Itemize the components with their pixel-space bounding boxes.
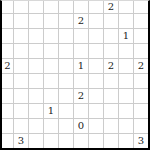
cell-r6c4[interactable] (58, 88, 73, 103)
cell-r3c2[interactable] (28, 43, 43, 58)
cell-r1c9[interactable] (133, 13, 148, 28)
cell-r4c0: 2 (2, 58, 13, 73)
clue-number: 3 (138, 136, 144, 146)
cell-r4c8[interactable] (118, 58, 133, 73)
cell-r8c0[interactable] (2, 118, 13, 133)
cell-r9c5[interactable] (73, 133, 88, 148)
cell-r6c1[interactable] (13, 88, 28, 103)
cell-r7c0[interactable] (2, 103, 13, 118)
clue-number: 1 (78, 61, 84, 71)
cell-r7c1[interactable] (13, 103, 28, 118)
cell-r6c3[interactable] (43, 88, 58, 103)
cell-r5c4[interactable] (58, 73, 73, 88)
cell-r7c7[interactable] (103, 103, 118, 118)
cell-r8c7[interactable] (103, 118, 118, 133)
cell-r0c0[interactable] (2, 1, 13, 13)
cell-r4c6[interactable] (88, 58, 103, 73)
cell-r0c3[interactable] (43, 1, 58, 13)
clue-number: 0 (78, 121, 84, 131)
cell-r1c1[interactable] (13, 13, 28, 28)
cell-r2c3[interactable] (43, 28, 58, 43)
clue-number: 3 (18, 136, 24, 146)
cell-r5c0[interactable] (2, 73, 13, 88)
cell-r1c4[interactable] (58, 13, 73, 28)
cell-r5c7[interactable] (103, 73, 118, 88)
cell-r6c8[interactable] (118, 88, 133, 103)
cell-r1c6[interactable] (88, 13, 103, 28)
cell-r4c5: 1 (73, 58, 88, 73)
cell-r8c5: 0 (73, 118, 88, 133)
cell-r1c3[interactable] (43, 13, 58, 28)
cell-r9c8[interactable] (118, 133, 133, 148)
cell-r6c2[interactable] (28, 88, 43, 103)
cell-r8c3[interactable] (43, 118, 58, 133)
board: 221212221033 (0, 0, 150, 150)
cell-r8c1[interactable] (13, 118, 28, 133)
cell-r7c5[interactable] (73, 103, 88, 118)
cell-r7c3: 1 (43, 103, 58, 118)
cell-r9c3[interactable] (43, 133, 58, 148)
cell-r5c3[interactable] (43, 73, 58, 88)
cell-r9c4[interactable] (58, 133, 73, 148)
cell-r4c4[interactable] (58, 58, 73, 73)
cell-r6c5: 2 (73, 88, 88, 103)
cell-r7c8[interactable] (118, 103, 133, 118)
cell-r7c9[interactable] (133, 103, 148, 118)
cell-r8c9[interactable] (133, 118, 148, 133)
cell-r0c9[interactable] (133, 1, 148, 13)
cell-r5c1[interactable] (13, 73, 28, 88)
puzzle-stage: 221212221033 (0, 0, 150, 150)
cell-r4c2[interactable] (28, 58, 43, 73)
cell-r4c1[interactable] (13, 58, 28, 73)
clue-number: 2 (138, 61, 144, 71)
cell-r3c8[interactable] (118, 43, 133, 58)
cell-r1c5: 2 (73, 13, 88, 28)
cell-r9c1: 3 (13, 133, 28, 148)
clue-number: 2 (108, 2, 114, 12)
cell-r6c9[interactable] (133, 88, 148, 103)
cell-r2c1[interactable] (13, 28, 28, 43)
cell-r0c4[interactable] (58, 1, 73, 13)
cell-r8c4[interactable] (58, 118, 73, 133)
cell-r2c7[interactable] (103, 28, 118, 43)
clue-number: 2 (108, 61, 114, 71)
cell-r2c5[interactable] (73, 28, 88, 43)
cell-r9c9: 3 (133, 133, 148, 148)
clue-number: 2 (78, 16, 84, 26)
cell-r5c9[interactable] (133, 73, 148, 88)
cell-r9c6[interactable] (88, 133, 103, 148)
cell-r2c4[interactable] (58, 28, 73, 43)
cell-r8c2[interactable] (28, 118, 43, 133)
cell-r0c5[interactable] (73, 1, 88, 13)
cell-r7c2[interactable] (28, 103, 43, 118)
cell-r3c9[interactable] (133, 43, 148, 58)
cell-r5c6[interactable] (88, 73, 103, 88)
cell-r1c2[interactable] (28, 13, 43, 28)
cell-r3c6[interactable] (88, 43, 103, 58)
cell-r6c7[interactable] (103, 88, 118, 103)
clue-number: 2 (4, 61, 10, 71)
cell-r3c1[interactable] (13, 43, 28, 58)
cell-r8c6[interactable] (88, 118, 103, 133)
cell-r9c0[interactable] (2, 133, 13, 148)
cell-r3c4[interactable] (58, 43, 73, 58)
cell-r1c7[interactable] (103, 13, 118, 28)
cell-r6c6[interactable] (88, 88, 103, 103)
cell-r3c0[interactable] (2, 43, 13, 58)
cell-r5c5[interactable] (73, 73, 88, 88)
cell-r3c5[interactable] (73, 43, 88, 58)
clue-number: 1 (48, 106, 54, 116)
cell-r0c6[interactable] (88, 1, 103, 13)
cell-r1c0[interactable] (2, 13, 13, 28)
cell-r3c7[interactable] (103, 43, 118, 58)
cell-r6c0[interactable] (2, 88, 13, 103)
cell-r7c6[interactable] (88, 103, 103, 118)
cell-r2c9[interactable] (133, 28, 148, 43)
cell-r7c4[interactable] (58, 103, 73, 118)
cell-r5c8[interactable] (118, 73, 133, 88)
cell-r0c2[interactable] (28, 1, 43, 13)
cell-r9c7[interactable] (103, 133, 118, 148)
cell-r0c8[interactable] (118, 1, 133, 13)
clue-number: 1 (123, 31, 129, 41)
cell-r5c2[interactable] (28, 73, 43, 88)
cell-r0c1[interactable] (13, 1, 28, 13)
cell-r0c7: 2 (103, 1, 118, 13)
cell-r4c9: 2 (133, 58, 148, 73)
cell-r2c0[interactable] (2, 28, 13, 43)
cell-r4c3[interactable] (43, 58, 58, 73)
clue-number: 2 (78, 91, 84, 101)
cell-r2c6[interactable] (88, 28, 103, 43)
cell-r2c2[interactable] (28, 28, 43, 43)
cell-r1c8[interactable] (118, 13, 133, 28)
cell-r3c3[interactable] (43, 43, 58, 58)
cell-r8c8[interactable] (118, 118, 133, 133)
cell-r2c8: 1 (118, 28, 133, 43)
cell-r9c2[interactable] (28, 133, 43, 148)
cell-r4c7: 2 (103, 58, 118, 73)
